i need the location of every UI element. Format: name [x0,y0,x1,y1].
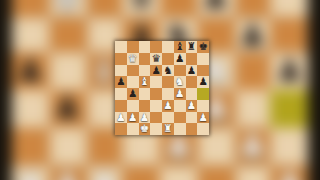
blur-piece-black-pawn: ♟ [49,90,86,127]
square-d2[interactable] [150,112,162,124]
blur-square-c7 [86,0,123,16]
square-d5[interactable] [150,76,162,88]
piece-white-bishop[interactable]: ♝ [139,76,151,88]
blur-square-a2: ♟ [12,164,49,180]
square-b4[interactable]: ♟ [127,88,139,100]
square-c7[interactable] [139,53,151,65]
square-f2[interactable] [174,112,186,124]
square-e3[interactable]: ♟ [162,100,174,112]
blur-square-g6: ♟ [234,16,271,53]
square-e6[interactable]: ♞ [162,65,174,77]
blur-piece-black-pawn: ♟ [271,53,308,90]
square-h7[interactable] [197,53,209,65]
square-e5[interactable] [162,76,174,88]
square-h3[interactable] [197,100,209,112]
blur-square-g5 [234,53,271,90]
blur-square-b7: ♛ [49,0,86,16]
square-g2[interactable] [186,112,198,124]
piece-white-king[interactable]: ♚ [139,123,151,135]
blur-piece-black-pawn: ♟ [12,53,49,90]
square-h1[interactable] [197,123,209,135]
piece-white-rook[interactable]: ♜ [162,123,174,135]
square-f3[interactable] [174,100,186,112]
blur-square-a3 [12,127,49,164]
blur-square-h6 [271,16,308,53]
square-h8[interactable]: ♚ [197,41,209,53]
square-f4[interactable]: ♟ [174,88,186,100]
square-d7[interactable]: ♛ [150,53,162,65]
square-c5[interactable]: ♝ [139,76,151,88]
square-g1[interactable] [186,123,198,135]
piece-white-pawn[interactable]: ♟ [197,112,209,124]
square-e7[interactable] [162,53,174,65]
piece-black-pawn[interactable]: ♟ [174,53,186,65]
blur-piece-white-pawn: ♟ [234,127,271,164]
square-c4[interactable] [139,88,151,100]
square-a8[interactable] [115,41,127,53]
blur-square-b3 [49,127,86,164]
piece-black-pawn[interactable]: ♟ [186,65,198,77]
blur-square-b2: ♟ [49,164,86,180]
blur-square-h3 [271,127,308,164]
square-d1[interactable] [150,123,162,135]
blur-piece-white-pawn: ♟ [86,164,123,180]
square-a2[interactable]: ♟ [115,112,127,124]
blur-square-h4 [271,90,308,127]
square-d8[interactable] [150,41,162,53]
square-h2[interactable]: ♟ [197,112,209,124]
blur-piece-white-pawn: ♟ [49,164,86,180]
square-d3[interactable] [150,100,162,112]
blur-square-a6 [12,16,49,53]
blur-square-b6 [49,16,86,53]
square-e1[interactable]: ♜ [162,123,174,135]
blur-square-a4 [12,90,49,127]
square-d6[interactable]: ♟ [150,65,162,77]
square-c8[interactable] [139,41,151,53]
piece-white-pawn[interactable]: ♟ [115,112,127,124]
square-b3[interactable] [127,100,139,112]
square-h5[interactable]: ♟ [197,76,209,88]
square-g6[interactable]: ♟ [186,65,198,77]
square-b7[interactable]: ♛ [127,53,139,65]
blur-square-h2: ♟ [271,164,308,180]
piece-black-pawn[interactable]: ♟ [197,76,209,88]
square-f7[interactable]: ♟ [174,53,186,65]
piece-white-pawn[interactable]: ♟ [127,112,139,124]
square-b6[interactable] [127,65,139,77]
square-f1[interactable] [174,123,186,135]
blur-square-b4: ♟ [49,90,86,127]
blur-square-f7: ♟ [197,0,234,16]
square-e8[interactable] [162,41,174,53]
square-c1[interactable]: ♚ [139,123,151,135]
piece-black-pawn[interactable]: ♟ [150,65,162,77]
piece-black-bishop[interactable]: ♝ [174,41,186,53]
piece-black-king[interactable]: ♚ [197,41,209,53]
piece-white-queen[interactable]: ♛ [127,53,139,65]
piece-black-knight[interactable]: ♞ [162,65,174,77]
blur-square-g4 [234,90,271,127]
piece-black-queen[interactable]: ♛ [150,53,162,65]
square-a5[interactable]: ♟ [115,76,127,88]
square-c3[interactable] [139,100,151,112]
blur-square-h7 [271,0,308,16]
square-b1[interactable] [127,123,139,135]
square-a1[interactable] [115,123,127,135]
square-e4[interactable] [162,88,174,100]
blur-square-f2 [197,164,234,180]
square-g3[interactable]: ♟ [186,100,198,112]
blur-square-a5: ♟ [12,53,49,90]
square-d4[interactable] [150,88,162,100]
blur-square-e2 [160,164,197,180]
square-h4[interactable] [197,88,209,100]
piece-white-pawn[interactable]: ♟ [162,100,174,112]
blur-piece-black-pawn: ♟ [234,16,271,53]
blur-square-h5: ♟ [271,53,308,90]
square-b8[interactable] [127,41,139,53]
piece-black-pawn[interactable]: ♟ [127,88,139,100]
square-b2[interactable]: ♟ [127,112,139,124]
square-g7[interactable] [186,53,198,65]
video-frame: ♝♜♚♛♛♟♟♞♟♟♝♞♟♟♟♟♟♟♟♟♟♚♜ ♝♜♚♛♛♟♟♞♟♟♝♞♟♟♟♟… [0,0,320,180]
blur-piece-white-pawn: ♟ [271,164,308,180]
board-container: ♝♜♚♛♛♟♟♞♟♟♝♞♟♟♟♟♟♟♟♟♟♚♜ [115,41,209,135]
square-f8[interactable]: ♝ [174,41,186,53]
blur-square-b5 [49,53,86,90]
piece-black-pawn[interactable]: ♟ [115,76,127,88]
blur-piece-black-pawn: ♟ [197,0,234,16]
blur-piece-white-queen: ♛ [49,0,86,16]
square-a4[interactable] [115,88,127,100]
piece-white-pawn[interactable]: ♟ [174,88,186,100]
piece-black-rook[interactable]: ♜ [186,41,198,53]
blur-square-d2 [123,164,160,180]
blur-square-a7 [12,0,49,16]
blur-square-g2 [234,164,271,180]
square-g5[interactable] [186,76,198,88]
blur-square-g3: ♟ [234,127,271,164]
square-g4[interactable] [186,88,198,100]
chess-board: ♝♜♚♛♛♟♟♞♟♟♝♞♟♟♟♟♟♟♟♟♟♚♜ [115,41,209,135]
square-g8[interactable]: ♜ [186,41,198,53]
blur-piece-white-pawn: ♟ [12,164,49,180]
square-a7[interactable] [115,53,127,65]
square-a3[interactable] [115,100,127,112]
piece-white-pawn[interactable]: ♟ [186,100,198,112]
blur-square-c2: ♟ [86,164,123,180]
